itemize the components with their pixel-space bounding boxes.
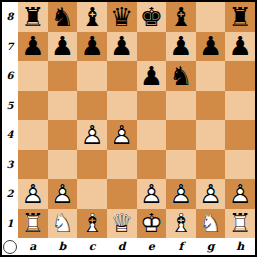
square-b4[interactable] <box>48 120 78 150</box>
rank-label-5: 5 <box>2 91 18 121</box>
square-h7[interactable]: ♟ <box>225 32 255 62</box>
white-pawn: ♙ <box>196 179 226 209</box>
white-king: ♔ <box>137 209 167 239</box>
file-label-e: e <box>137 238 167 255</box>
chess-diagram: 8♜♞♝♛♚♝♜7♟♟♟♟♟♟♟6♟♞54♟♙♟♙32♟♙♟♙♟♙♟♙♟♙♟♙1… <box>0 0 257 257</box>
rank-label-1: 1 <box>2 209 18 239</box>
square-d4[interactable]: ♟♙ <box>107 120 137 150</box>
black-knight: ♞ <box>48 2 78 32</box>
file-label-f: f <box>166 238 196 255</box>
white-queen: ♕ <box>107 209 137 239</box>
square-f6[interactable]: ♞ <box>166 61 196 91</box>
square-c1[interactable]: ♝♗ <box>77 209 107 239</box>
white-bishop: ♗ <box>77 209 107 239</box>
black-pawn: ♟ <box>225 32 255 62</box>
square-f3[interactable] <box>166 150 196 180</box>
square-b2[interactable]: ♟♙ <box>48 179 78 209</box>
white-pawn: ♙ <box>225 179 255 209</box>
square-h1[interactable]: ♜♖ <box>225 209 255 239</box>
file-label-c: c <box>77 238 107 255</box>
side-to-move-corner <box>2 238 18 255</box>
white-pawn: ♙ <box>137 179 167 209</box>
white-rook-fill: ♜ <box>225 209 255 239</box>
white-pawn-fill: ♟ <box>77 120 107 150</box>
square-h8[interactable]: ♜ <box>225 2 255 32</box>
black-pawn: ♟ <box>107 32 137 62</box>
square-h6[interactable] <box>225 61 255 91</box>
white-knight: ♘ <box>48 209 78 239</box>
file-label-b: b <box>48 238 78 255</box>
square-b6[interactable] <box>48 61 78 91</box>
white-pawn-fill: ♟ <box>137 179 167 209</box>
black-bishop: ♝ <box>166 2 196 32</box>
black-bishop: ♝ <box>77 2 107 32</box>
rank-label-2: 2 <box>2 179 18 209</box>
white-pawn-fill: ♟ <box>48 179 78 209</box>
square-b8[interactable]: ♞ <box>48 2 78 32</box>
black-pawn: ♟ <box>48 32 78 62</box>
white-pawn: ♙ <box>77 120 107 150</box>
square-g5[interactable] <box>196 91 226 121</box>
square-f2[interactable]: ♟♙ <box>166 179 196 209</box>
rank-label-3: 3 <box>2 150 18 180</box>
square-g4[interactable] <box>196 120 226 150</box>
black-knight: ♞ <box>166 61 196 91</box>
square-e2[interactable]: ♟♙ <box>137 179 167 209</box>
square-f5[interactable] <box>166 91 196 121</box>
square-c7[interactable]: ♟ <box>77 32 107 62</box>
black-pawn: ♟ <box>137 61 167 91</box>
white-knight-fill: ♞ <box>196 209 226 239</box>
square-g1[interactable]: ♞♘ <box>196 209 226 239</box>
square-f4[interactable] <box>166 120 196 150</box>
square-c4[interactable]: ♟♙ <box>77 120 107 150</box>
square-c2[interactable] <box>77 179 107 209</box>
white-to-move-indicator-icon <box>3 240 17 254</box>
white-rook: ♖ <box>225 209 255 239</box>
file-label-a: a <box>18 238 48 255</box>
square-d1[interactable]: ♛♕ <box>107 209 137 239</box>
square-b3[interactable] <box>48 150 78 180</box>
square-f1[interactable]: ♝♗ <box>166 209 196 239</box>
black-king: ♚ <box>137 2 167 32</box>
square-a8[interactable]: ♜ <box>18 2 48 32</box>
square-c3[interactable] <box>77 150 107 180</box>
square-e4[interactable] <box>137 120 167 150</box>
square-f8[interactable]: ♝ <box>166 2 196 32</box>
white-queen-fill: ♛ <box>107 209 137 239</box>
white-bishop: ♗ <box>166 209 196 239</box>
white-pawn-fill: ♟ <box>107 120 137 150</box>
file-label-g: g <box>196 238 226 255</box>
square-e1[interactable]: ♚♔ <box>137 209 167 239</box>
chess-board: 8♜♞♝♛♚♝♜7♟♟♟♟♟♟♟6♟♞54♟♙♟♙32♟♙♟♙♟♙♟♙♟♙♟♙1… <box>2 2 255 255</box>
white-pawn: ♙ <box>166 179 196 209</box>
square-d5[interactable] <box>107 91 137 121</box>
square-a7[interactable]: ♟ <box>18 32 48 62</box>
white-king-fill: ♚ <box>137 209 167 239</box>
square-c8[interactable]: ♝ <box>77 2 107 32</box>
square-e3[interactable] <box>137 150 167 180</box>
white-knight: ♘ <box>196 209 226 239</box>
rank-label-4: 4 <box>2 120 18 150</box>
square-a4[interactable] <box>18 120 48 150</box>
white-knight-fill: ♞ <box>48 209 78 239</box>
square-g3[interactable] <box>196 150 226 180</box>
black-rook: ♜ <box>225 2 255 32</box>
white-rook-fill: ♜ <box>18 209 48 239</box>
black-pawn: ♟ <box>18 32 48 62</box>
white-pawn: ♙ <box>48 179 78 209</box>
square-h4[interactable] <box>225 120 255 150</box>
square-a3[interactable] <box>18 150 48 180</box>
square-h3[interactable] <box>225 150 255 180</box>
black-pawn: ♟ <box>77 32 107 62</box>
square-e7[interactable] <box>137 32 167 62</box>
square-d8[interactable]: ♛ <box>107 2 137 32</box>
square-a1[interactable]: ♜♖ <box>18 209 48 239</box>
white-bishop-fill: ♝ <box>77 209 107 239</box>
square-e6[interactable]: ♟ <box>137 61 167 91</box>
white-pawn-fill: ♟ <box>18 179 48 209</box>
rank-label-7: 7 <box>2 32 18 62</box>
square-f7[interactable]: ♟ <box>166 32 196 62</box>
square-h5[interactable] <box>225 91 255 121</box>
square-g7[interactable]: ♟ <box>196 32 226 62</box>
square-e8[interactable]: ♚ <box>137 2 167 32</box>
white-pawn: ♙ <box>107 120 137 150</box>
square-g6[interactable] <box>196 61 226 91</box>
square-g8[interactable] <box>196 2 226 32</box>
black-pawn: ♟ <box>196 32 226 62</box>
white-pawn-fill: ♟ <box>166 179 196 209</box>
square-d6[interactable] <box>107 61 137 91</box>
white-pawn-fill: ♟ <box>196 179 226 209</box>
rank-label-6: 6 <box>2 61 18 91</box>
square-b1[interactable]: ♞♘ <box>48 209 78 239</box>
white-pawn: ♙ <box>18 179 48 209</box>
black-pawn: ♟ <box>166 32 196 62</box>
square-d7[interactable]: ♟ <box>107 32 137 62</box>
square-c6[interactable] <box>77 61 107 91</box>
square-d3[interactable] <box>107 150 137 180</box>
white-pawn-fill: ♟ <box>225 179 255 209</box>
white-bishop-fill: ♝ <box>166 209 196 239</box>
black-rook: ♜ <box>18 2 48 32</box>
square-b7[interactable]: ♟ <box>48 32 78 62</box>
square-a6[interactable] <box>18 61 48 91</box>
white-rook: ♖ <box>18 209 48 239</box>
square-e5[interactable] <box>137 91 167 121</box>
square-h2[interactable]: ♟♙ <box>225 179 255 209</box>
square-c5[interactable] <box>77 91 107 121</box>
file-label-h: h <box>225 238 255 255</box>
square-b5[interactable] <box>48 91 78 121</box>
file-label-d: d <box>107 238 137 255</box>
square-a5[interactable] <box>18 91 48 121</box>
black-queen: ♛ <box>107 2 137 32</box>
square-d2[interactable] <box>107 179 137 209</box>
square-a2[interactable]: ♟♙ <box>18 179 48 209</box>
rank-label-8: 8 <box>2 2 18 32</box>
square-g2[interactable]: ♟♙ <box>196 179 226 209</box>
